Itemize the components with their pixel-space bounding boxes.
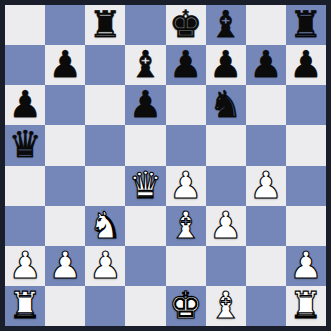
black-pawn-a6[interactable]: ♟ <box>8 85 41 125</box>
black-king-e8[interactable]: ♚ <box>169 5 202 45</box>
square-e7[interactable]: ♟ <box>166 45 206 85</box>
white-pawn-h2[interactable]: ♟ <box>289 246 322 286</box>
white-pawn-f3[interactable]: ♟ <box>209 206 242 246</box>
square-a3[interactable] <box>5 206 45 246</box>
black-pawn-h7[interactable]: ♟ <box>289 45 322 85</box>
white-pawn-g4[interactable]: ♟ <box>249 166 282 206</box>
white-pawn-b2[interactable]: ♟ <box>49 246 82 286</box>
square-e3[interactable]: ♝ <box>166 206 206 246</box>
black-rook-c8[interactable]: ♜ <box>89 5 122 45</box>
square-f6[interactable]: ♞ <box>206 85 246 125</box>
black-pawn-b7[interactable]: ♟ <box>49 45 82 85</box>
square-c3[interactable]: ♞ <box>85 206 125 246</box>
square-c2[interactable]: ♟ <box>85 246 125 286</box>
square-h1[interactable]: ♜ <box>286 286 326 326</box>
black-pawn-g7[interactable]: ♟ <box>249 45 282 85</box>
square-f4[interactable] <box>206 166 246 206</box>
square-b6[interactable] <box>45 85 85 125</box>
square-h6[interactable] <box>286 85 326 125</box>
white-king-e1[interactable]: ♚ <box>169 286 202 326</box>
square-g3[interactable] <box>246 206 286 246</box>
square-d6[interactable]: ♟ <box>125 85 165 125</box>
square-g4[interactable]: ♟ <box>246 166 286 206</box>
square-e4[interactable]: ♟ <box>166 166 206 206</box>
square-e8[interactable]: ♚ <box>166 5 206 45</box>
square-e5[interactable] <box>166 125 206 165</box>
square-g5[interactable] <box>246 125 286 165</box>
square-d4[interactable]: ♛ <box>125 166 165 206</box>
chess-board: ♜♚♝♜♟♝♟♟♟♟♟♟♞♛♛♟♟♞♝♟♟♟♟♟♜♚♝♜ <box>5 5 326 326</box>
black-bishop-f8[interactable]: ♝ <box>209 5 242 45</box>
square-g7[interactable]: ♟ <box>246 45 286 85</box>
square-d7[interactable]: ♝ <box>125 45 165 85</box>
square-b3[interactable] <box>45 206 85 246</box>
chess-board-frame: ♜♚♝♜♟♝♟♟♟♟♟♟♞♛♛♟♟♞♝♟♟♟♟♟♜♚♝♜ <box>0 0 331 331</box>
square-f2[interactable] <box>206 246 246 286</box>
square-a2[interactable]: ♟ <box>5 246 45 286</box>
square-c7[interactable] <box>85 45 125 85</box>
square-b4[interactable] <box>45 166 85 206</box>
square-d1[interactable] <box>125 286 165 326</box>
square-c4[interactable] <box>85 166 125 206</box>
square-f1[interactable]: ♝ <box>206 286 246 326</box>
square-e1[interactable]: ♚ <box>166 286 206 326</box>
black-pawn-e7[interactable]: ♟ <box>169 45 202 85</box>
square-h4[interactable] <box>286 166 326 206</box>
square-a1[interactable]: ♜ <box>5 286 45 326</box>
square-f7[interactable]: ♟ <box>206 45 246 85</box>
white-knight-c3[interactable]: ♞ <box>89 206 122 246</box>
square-b8[interactable] <box>45 5 85 45</box>
square-h3[interactable] <box>286 206 326 246</box>
square-e6[interactable] <box>166 85 206 125</box>
white-bishop-e3[interactable]: ♝ <box>169 206 202 246</box>
white-rook-h1[interactable]: ♜ <box>289 286 322 326</box>
white-pawn-a2[interactable]: ♟ <box>8 246 41 286</box>
white-pawn-e4[interactable]: ♟ <box>169 166 202 206</box>
square-d3[interactable] <box>125 206 165 246</box>
white-rook-a1[interactable]: ♜ <box>8 286 41 326</box>
square-h2[interactable]: ♟ <box>286 246 326 286</box>
black-queen-a5[interactable]: ♛ <box>8 125 41 165</box>
square-h7[interactable]: ♟ <box>286 45 326 85</box>
white-bishop-f1[interactable]: ♝ <box>209 286 242 326</box>
square-g6[interactable] <box>246 85 286 125</box>
square-f3[interactable]: ♟ <box>206 206 246 246</box>
square-b5[interactable] <box>45 125 85 165</box>
square-c5[interactable] <box>85 125 125 165</box>
white-queen-d4[interactable]: ♛ <box>129 166 162 206</box>
square-b2[interactable]: ♟ <box>45 246 85 286</box>
black-pawn-f7[interactable]: ♟ <box>209 45 242 85</box>
square-b7[interactable]: ♟ <box>45 45 85 85</box>
square-a4[interactable] <box>5 166 45 206</box>
black-pawn-d6[interactable]: ♟ <box>129 85 162 125</box>
square-h5[interactable] <box>286 125 326 165</box>
square-g2[interactable] <box>246 246 286 286</box>
black-knight-f6[interactable]: ♞ <box>209 85 242 125</box>
square-a7[interactable] <box>5 45 45 85</box>
square-d8[interactable] <box>125 5 165 45</box>
square-d5[interactable] <box>125 125 165 165</box>
square-e2[interactable] <box>166 246 206 286</box>
white-pawn-c2[interactable]: ♟ <box>89 246 122 286</box>
square-g1[interactable] <box>246 286 286 326</box>
square-c8[interactable]: ♜ <box>85 5 125 45</box>
square-h8[interactable]: ♜ <box>286 5 326 45</box>
square-a8[interactable] <box>5 5 45 45</box>
black-rook-h8[interactable]: ♜ <box>289 5 322 45</box>
square-a5[interactable]: ♛ <box>5 125 45 165</box>
square-d2[interactable] <box>125 246 165 286</box>
square-c1[interactable] <box>85 286 125 326</box>
square-f8[interactable]: ♝ <box>206 5 246 45</box>
square-a6[interactable]: ♟ <box>5 85 45 125</box>
square-f5[interactable] <box>206 125 246 165</box>
square-b1[interactable] <box>45 286 85 326</box>
square-g8[interactable] <box>246 5 286 45</box>
square-c6[interactable] <box>85 85 125 125</box>
black-bishop-d7[interactable]: ♝ <box>129 45 162 85</box>
